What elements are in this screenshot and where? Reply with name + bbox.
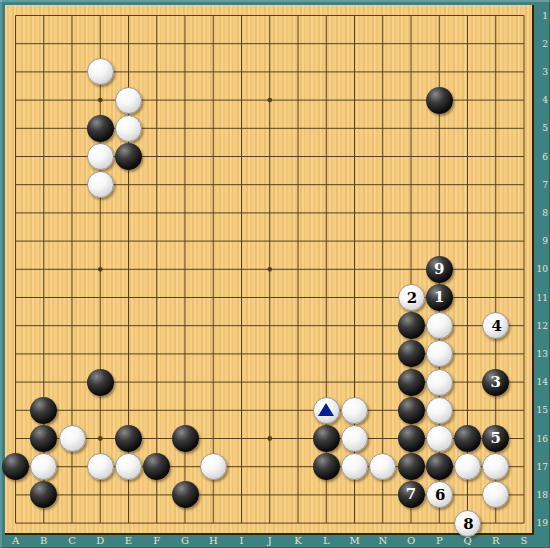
row-label-15: 15 [532,405,548,415]
column-label-M: M [344,535,366,546]
stone-white-P16 [426,425,453,452]
stone-white-P12 [426,312,453,339]
go-board[interactable]: 921435768 [5,5,534,535]
row-label-3: 3 [532,67,548,77]
stone-white-C16 [59,425,86,452]
stone-black-P10: 9 [426,256,453,283]
stone-black-E16 [115,425,142,452]
stone-black-O17 [398,453,425,480]
stone-black-G18 [172,481,199,508]
row-label-2: 2 [532,39,548,49]
column-label-N: N [372,535,394,546]
board-grid [5,5,532,533]
row-label-12: 12 [532,321,548,331]
row-label-16: 16 [532,434,548,444]
move-number-4: 4 [483,313,510,340]
column-label-S: S [513,535,535,546]
column-label-G: G [174,535,196,546]
stone-black-G16 [172,425,199,452]
triangle-mark-icon [318,403,334,416]
stone-white-M16 [341,425,368,452]
stone-black-D5 [87,115,114,142]
stone-black-O15 [398,397,425,424]
stone-white-D3 [87,58,114,85]
column-label-A: A [5,535,27,546]
stone-white-M17 [341,453,368,480]
stone-white-Q17 [454,453,481,480]
row-label-11: 11 [532,293,548,303]
row-label-17: 17 [532,462,548,472]
stone-black-O13 [398,340,425,367]
stone-white-E5 [115,115,142,142]
column-label-I: I [231,535,253,546]
stone-white-M15 [341,397,368,424]
stone-black-D14 [87,369,114,396]
stone-white-H17 [200,453,227,480]
column-label-Q: Q [457,535,479,546]
stone-black-B15 [30,397,57,424]
move-number-1: 1 [426,284,453,311]
stone-white-D7 [87,171,114,198]
row-label-6: 6 [532,152,548,162]
stone-white-E17 [115,453,142,480]
column-label-D: D [89,535,111,546]
row-label-18: 18 [532,490,548,500]
go-board-frame: 921435768 ABCDEFGHIJKLMNOPQRS 1234567891… [0,0,550,548]
move-number-3: 3 [482,369,509,396]
stone-black-L16 [313,425,340,452]
row-label-14: 14 [532,377,548,387]
stone-black-A17 [2,453,29,480]
stone-white-L15 [313,397,340,424]
row-label-8: 8 [532,208,548,218]
row-label-13: 13 [532,349,548,359]
stone-black-L17 [313,453,340,480]
stone-white-O11: 2 [398,284,425,311]
stone-white-P13 [426,340,453,367]
stone-white-P15 [426,397,453,424]
move-number-9: 9 [426,256,453,283]
stone-black-P17 [426,453,453,480]
stone-black-O12 [398,312,425,339]
column-label-E: E [118,535,140,546]
column-label-K: K [287,535,309,546]
stone-white-R12: 4 [482,312,509,339]
column-label-H: H [202,535,224,546]
move-number-6: 6 [427,482,454,509]
stone-black-E6 [115,143,142,170]
row-label-5: 5 [532,123,548,133]
column-label-B: B [33,535,55,546]
move-number-7: 7 [398,481,425,508]
stone-black-P4 [426,87,453,114]
row-label-19: 19 [532,518,548,528]
move-number-5: 5 [482,425,509,452]
column-label-R: R [485,535,507,546]
move-number-2: 2 [399,285,426,312]
stone-white-D6 [87,143,114,170]
column-label-C: C [61,535,83,546]
stone-white-P14 [426,369,453,396]
stone-black-O16 [398,425,425,452]
column-label-F: F [146,535,168,546]
row-label-7: 7 [532,180,548,190]
row-label-9: 9 [532,236,548,246]
column-label-P: P [428,535,450,546]
stone-black-O14 [398,369,425,396]
column-label-O: O [400,535,422,546]
row-label-4: 4 [532,95,548,105]
column-label-L: L [315,535,337,546]
stone-white-D17 [87,453,114,480]
row-label-1: 1 [532,11,548,21]
row-label-10: 10 [532,264,548,274]
stone-white-E4 [115,87,142,114]
stone-black-P11: 1 [426,284,453,311]
stone-black-Q16 [454,425,481,452]
stone-white-P18: 6 [426,481,453,508]
stone-white-Q19: 8 [454,510,481,537]
stone-black-R16: 5 [482,425,509,452]
move-number-8: 8 [455,511,482,538]
stone-black-R14: 3 [482,369,509,396]
column-label-J: J [259,535,281,546]
stone-black-O18: 7 [398,481,425,508]
